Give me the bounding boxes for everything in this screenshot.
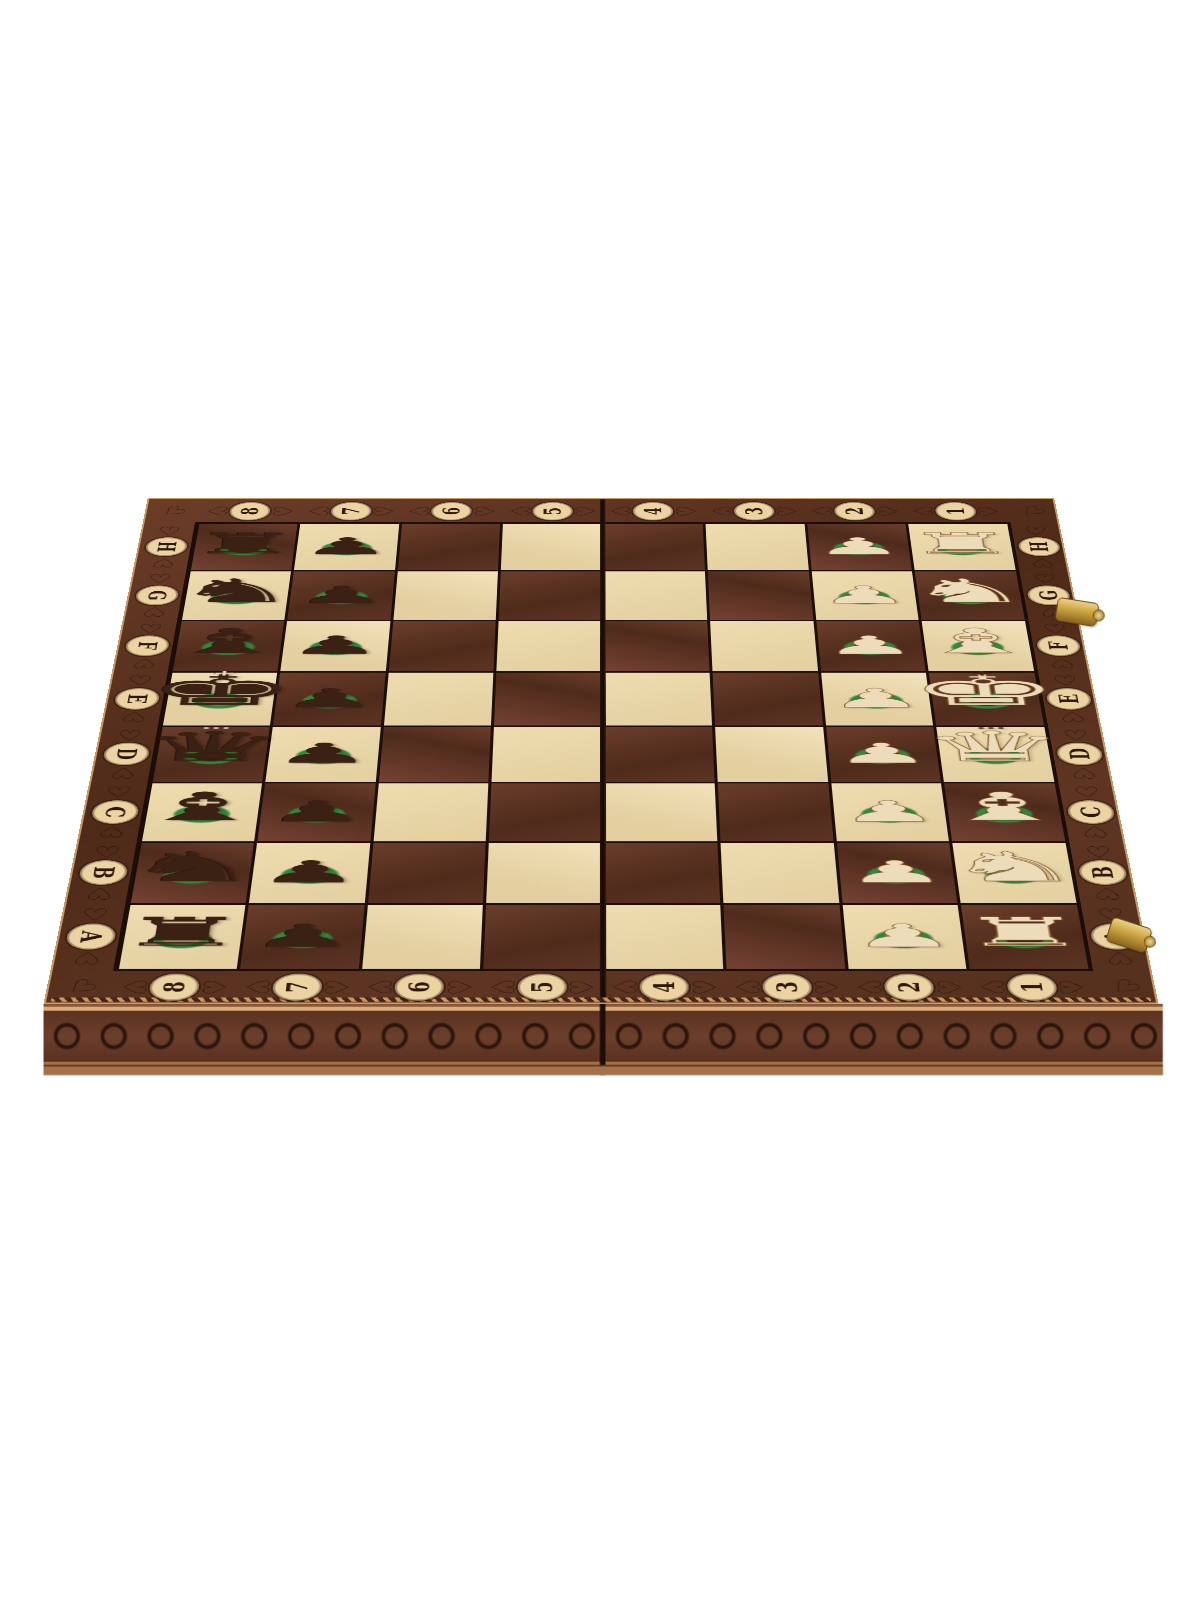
square-d5[interactable] <box>491 727 601 782</box>
square-d6[interactable] <box>378 727 491 782</box>
coordinate-circle: C <box>90 800 140 824</box>
square-e5[interactable] <box>494 673 602 726</box>
file-label-left-C: C <box>79 783 151 842</box>
corner-ornament-3 <box>45 969 116 1005</box>
square-d4[interactable] <box>605 727 715 782</box>
square-b1[interactable] <box>952 843 1076 904</box>
rank-number: 5 <box>539 507 567 515</box>
coordinate-circle: 5 <box>532 502 573 520</box>
rank-label-near-2: 2 <box>846 969 973 1005</box>
piece-black-queen-d8[interactable]: ♛ <box>123 726 301 767</box>
scroll-ornament-icon <box>811 978 843 995</box>
scroll-ornament-icon <box>117 978 151 995</box>
rank-label-near-4: 4 <box>603 969 726 1005</box>
scroll-ornament-icon <box>567 978 598 995</box>
scroll-ornament-icon <box>139 605 168 618</box>
scroll-ornament-icon <box>363 978 395 995</box>
rank-label-near-1: 1 <box>968 969 1096 1005</box>
chess-piece-glyph: ♛ <box>136 726 289 767</box>
square-b5[interactable] <box>486 843 601 904</box>
square-a5[interactable] <box>483 905 601 969</box>
rank-label-far-1: 1 <box>903 499 1008 523</box>
square-f4[interactable] <box>604 621 709 671</box>
piece-white-pawn-f2[interactable]: ♟ <box>787 633 954 658</box>
scroll-ornament-icon <box>673 505 699 517</box>
chess-piece-glyph: ♟ <box>813 535 905 558</box>
coordinate-circle: 4 <box>640 974 689 1001</box>
rank-label-near-3: 3 <box>725 969 850 1005</box>
piece-black-knight-g8[interactable]: ♞ <box>154 574 320 607</box>
square-g4[interactable] <box>604 571 707 619</box>
scroll-ornament-icon <box>573 505 599 517</box>
scroll-ornament-icon <box>607 505 633 517</box>
rank-number: 8 <box>236 507 265 515</box>
scroll-ornament-icon <box>240 978 273 995</box>
rank-label-near-8: 8 <box>110 969 238 1005</box>
scroll-ornament-icon <box>1103 975 1147 999</box>
board-front-edge <box>44 1004 1163 1075</box>
chess-board: ♜♟♟♜♞♟♟♞♝♟♟♝♚♟♟♚♛♟♟♛♝♟♟♝♞♟♟♞♜♟♟♜ HGFEDCB… <box>44 498 1159 1003</box>
chess-piece-glyph: ♜ <box>187 529 303 558</box>
square-g5[interactable] <box>499 571 602 619</box>
square-b4[interactable] <box>605 843 720 904</box>
square-a4[interactable] <box>605 905 723 969</box>
file-label-left-B: B <box>66 842 140 904</box>
corner-ornament-4 <box>1090 969 1161 1005</box>
scroll-ornament-icon <box>79 907 112 923</box>
coordinate-circle: 2 <box>884 974 936 1001</box>
scroll-ornament-icon <box>270 505 297 517</box>
scroll-ornament-icon <box>118 710 149 724</box>
square-a7[interactable] <box>240 905 364 969</box>
coordinate-circle: 1 <box>1005 974 1058 1001</box>
rank-label-far-6: 6 <box>400 499 502 523</box>
scroll-ornament-icon <box>506 505 532 517</box>
rank-number: 6 <box>403 982 437 993</box>
scroll-ornament-icon <box>1079 824 1111 839</box>
scroll-ornament-icon <box>853 978 886 995</box>
square-a2[interactable] <box>842 905 966 969</box>
rank-number: 7 <box>337 507 365 515</box>
piece-white-pawn-e2[interactable]: ♟ <box>791 685 962 711</box>
scroll-ornament-icon <box>975 505 1003 517</box>
coordinate-circle: 2 <box>834 502 876 520</box>
file-letter: A <box>74 930 109 942</box>
square-c7[interactable] <box>257 783 375 841</box>
rank-label-near-6: 6 <box>357 969 482 1005</box>
scroll-ornament-icon <box>1055 978 1089 995</box>
rank-number: 1 <box>1014 982 1049 993</box>
scroll-ornament-icon <box>95 824 127 839</box>
chess-piece-glyph: ♞ <box>173 574 302 607</box>
rank-label-near-5: 5 <box>480 969 603 1005</box>
coordinate-circle: C <box>1066 800 1116 824</box>
scroll-ornament-icon <box>933 978 966 995</box>
rank-number: 3 <box>740 507 768 515</box>
product-photo: ♜♟♟♜♞♟♟♞♝♟♟♝♚♟♟♚♛♟♟♛♝♟♟♝♞♟♟♞♜♟♟♜ HGFEDCB… <box>0 0 1200 1600</box>
scroll-ornament-icon <box>1068 765 1099 780</box>
chess-piece-glyph: ♚ <box>142 670 301 712</box>
coordinate-circle: 7 <box>271 974 323 1001</box>
scroll-ornament-icon <box>874 505 901 517</box>
scroll-ornament-icon <box>59 975 103 999</box>
scroll-ornament-icon <box>731 978 763 995</box>
rank-number: 7 <box>280 982 314 993</box>
rank-label-far-7: 7 <box>299 499 402 523</box>
coordinate-circle: 4 <box>633 502 674 520</box>
scroll-ornament-icon <box>689 978 721 995</box>
coordinate-circle: 6 <box>394 974 445 1001</box>
coordinate-circle: B <box>1077 860 1129 885</box>
square-c5[interactable] <box>489 783 602 841</box>
square-c6[interactable] <box>373 783 488 841</box>
scroll-ornament-icon <box>708 505 734 517</box>
square-c4[interactable] <box>605 783 718 841</box>
piece-white-pawn-h2[interactable]: ♟ <box>779 535 939 558</box>
rank-number: 5 <box>525 982 558 993</box>
rank-label-far-3: 3 <box>703 499 805 523</box>
chess-piece-glyph: ♝ <box>163 624 295 658</box>
square-e4[interactable] <box>604 673 712 726</box>
scroll-ornament-icon <box>1083 845 1115 861</box>
coordinate-circle: 3 <box>733 502 774 520</box>
scroll-ornament-icon <box>149 556 177 568</box>
coordinate-circle: 6 <box>431 502 472 520</box>
rank-number: 2 <box>841 507 869 515</box>
rank-label-far-2: 2 <box>803 499 907 523</box>
scroll-ornament-icon <box>304 505 331 517</box>
chess-piece-glyph: ♟ <box>822 633 919 658</box>
scroll-ornament-icon <box>155 503 191 519</box>
scroll-ornament-icon <box>975 978 1009 995</box>
square-b3[interactable] <box>721 843 839 904</box>
rank-number: 4 <box>648 982 682 993</box>
scroll-ornament-icon <box>203 505 231 517</box>
rank-label-far-5: 5 <box>502 499 603 523</box>
scroll-ornament-icon <box>774 505 801 517</box>
coordinate-circle: 7 <box>330 502 372 520</box>
piece-black-bishop-f8[interactable]: ♝ <box>144 624 314 658</box>
square-c3[interactable] <box>718 783 833 841</box>
square-c2[interactable] <box>831 783 949 841</box>
scroll-ornament-icon <box>70 950 104 967</box>
rank-number: 3 <box>770 982 804 993</box>
rank-number: 8 <box>157 982 192 993</box>
file-letter: C <box>99 806 132 817</box>
scroll-ornament-icon <box>405 505 431 517</box>
square-a3[interactable] <box>723 905 844 969</box>
square-a8[interactable] <box>118 905 245 969</box>
rank-label-far-8: 8 <box>198 499 303 523</box>
file-label-right-B: B <box>1066 842 1140 904</box>
scroll-ornament-icon <box>321 978 354 995</box>
coordinate-circle: 5 <box>517 974 566 1001</box>
coordinate-circle: 3 <box>762 974 813 1001</box>
coordinate-circle: 8 <box>229 502 272 520</box>
rank-label-near-7: 7 <box>233 969 359 1005</box>
square-b7[interactable] <box>249 843 370 904</box>
square-c8[interactable] <box>142 783 263 841</box>
square-b8[interactable] <box>130 843 254 904</box>
square-b2[interactable] <box>836 843 957 904</box>
scroll-ornament-icon <box>1014 503 1050 519</box>
scroll-ornament-icon <box>444 978 476 995</box>
scroll-ornament-icon <box>1103 950 1137 967</box>
rank-number: 6 <box>438 507 466 515</box>
piece-white-pawn-g2[interactable]: ♟ <box>783 583 947 607</box>
square-c1[interactable] <box>944 783 1065 841</box>
coordinate-circle: 8 <box>148 974 201 1001</box>
scroll-ornament-icon <box>1090 885 1123 901</box>
rank-number: 4 <box>639 507 667 515</box>
piece-black-king-e8[interactable]: ♚ <box>134 670 308 712</box>
square-h5[interactable] <box>501 524 602 570</box>
chess-piece-glyph: ♟ <box>817 583 911 607</box>
front-edge-fold-seam <box>600 1004 606 1075</box>
rank-number: 2 <box>892 982 927 993</box>
square-a6[interactable] <box>362 905 483 969</box>
coordinate-circle: A <box>65 923 118 949</box>
square-d3[interactable] <box>715 727 828 782</box>
square-h4[interactable] <box>604 524 705 570</box>
rank-number: 1 <box>941 507 970 515</box>
rank-label-far-4: 4 <box>603 499 704 523</box>
scroll-ornament-icon <box>609 978 640 995</box>
coordinate-circle: 1 <box>934 502 977 520</box>
file-letter: B <box>86 866 120 878</box>
scroll-ornament-icon <box>371 505 398 517</box>
file-letter: C <box>1074 806 1107 817</box>
chess-piece-glyph: ♟ <box>827 685 926 711</box>
square-b6[interactable] <box>368 843 486 904</box>
scroll-ornament-icon <box>1028 556 1057 568</box>
scroll-ornament-icon <box>909 505 936 517</box>
corner-ornament-2 <box>1004 499 1062 523</box>
file-label-right-C: C <box>1056 783 1128 842</box>
scroll-ornament-icon <box>107 765 138 780</box>
scroll-ornament-icon <box>808 505 835 517</box>
square-f5[interactable] <box>496 621 601 671</box>
file-letter: B <box>1086 866 1120 878</box>
scroll-ornament-icon <box>1057 710 1088 724</box>
scroll-ornament-icon <box>91 845 123 861</box>
piece-black-rook-h8[interactable]: ♜ <box>164 529 326 558</box>
scroll-ornament-icon <box>472 505 498 517</box>
square-a1[interactable] <box>961 905 1088 969</box>
scroll-ornament-icon <box>198 978 231 995</box>
coordinate-circle: B <box>78 860 129 885</box>
scroll-ornament-icon <box>83 885 116 901</box>
scroll-ornament-icon <box>486 978 518 995</box>
corner-ornament-1 <box>144 499 202 523</box>
file-label-left-A: A <box>53 904 129 969</box>
